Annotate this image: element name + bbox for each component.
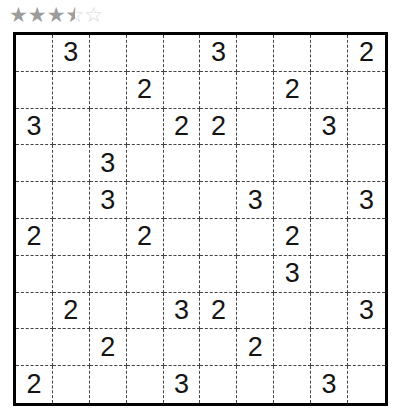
cell-r10c8[interactable] xyxy=(274,366,311,403)
cell-r2c10[interactable] xyxy=(348,72,385,109)
cell-r2c5[interactable] xyxy=(164,72,201,109)
cell-r8c9[interactable] xyxy=(311,293,348,330)
cell-r4c10[interactable] xyxy=(348,145,385,182)
clue-cell-r2c8: 2 xyxy=(274,72,311,109)
difficulty-stars: ★★★☆★☆ xyxy=(9,2,103,27)
cell-r5c2[interactable] xyxy=(53,182,90,219)
clue-cell-r6c1: 2 xyxy=(16,219,53,256)
cell-r8c1[interactable] xyxy=(16,293,53,330)
cell-r10c3[interactable] xyxy=(90,366,127,403)
cell-r1c9[interactable] xyxy=(311,35,348,72)
clue-cell-r5c7: 3 xyxy=(237,182,274,219)
cell-r6c3[interactable] xyxy=(90,219,127,256)
cell-r2c7[interactable] xyxy=(237,72,274,109)
cell-r3c8[interactable] xyxy=(274,109,311,146)
cell-r7c1[interactable] xyxy=(16,256,53,293)
cell-r8c8[interactable] xyxy=(274,293,311,330)
cell-r6c9[interactable] xyxy=(311,219,348,256)
cell-r6c2[interactable] xyxy=(53,219,90,256)
cell-r9c4[interactable] xyxy=(127,329,164,366)
clue-cell-r8c6: 2 xyxy=(200,293,237,330)
cell-r9c10[interactable] xyxy=(348,329,385,366)
clue-cell-r7c8: 3 xyxy=(274,256,311,293)
star-full-icon: ★ xyxy=(47,2,66,27)
clue-cell-r3c1: 3 xyxy=(16,109,53,146)
cell-r6c5[interactable] xyxy=(164,219,201,256)
cell-r7c4[interactable] xyxy=(127,256,164,293)
cell-r4c7[interactable] xyxy=(237,145,274,182)
star-empty-icon: ☆ xyxy=(84,2,103,27)
cell-r3c7[interactable] xyxy=(237,109,274,146)
cell-r7c5[interactable] xyxy=(164,256,201,293)
cell-r1c1[interactable] xyxy=(16,35,53,72)
clue-cell-r3c9: 3 xyxy=(311,109,348,146)
cell-r1c8[interactable] xyxy=(274,35,311,72)
clue-cell-r9c3: 2 xyxy=(90,329,127,366)
cell-r2c6[interactable] xyxy=(200,72,237,109)
cell-r10c10[interactable] xyxy=(348,366,385,403)
clue-cell-r9c7: 2 xyxy=(237,329,274,366)
cell-r3c4[interactable] xyxy=(127,109,164,146)
cell-r10c7[interactable] xyxy=(237,366,274,403)
cell-r9c5[interactable] xyxy=(164,329,201,366)
cell-r7c10[interactable] xyxy=(348,256,385,293)
cell-r9c8[interactable] xyxy=(274,329,311,366)
cell-r6c10[interactable] xyxy=(348,219,385,256)
cell-r5c4[interactable] xyxy=(127,182,164,219)
clue-cell-r10c5: 3 xyxy=(164,366,201,403)
cell-r5c1[interactable] xyxy=(16,182,53,219)
cell-r5c8[interactable] xyxy=(274,182,311,219)
cell-r4c5[interactable] xyxy=(164,145,201,182)
cell-r4c8[interactable] xyxy=(274,145,311,182)
cell-r7c2[interactable] xyxy=(53,256,90,293)
clue-cell-r1c6: 3 xyxy=(200,35,237,72)
cell-r9c1[interactable] xyxy=(16,329,53,366)
cell-r2c2[interactable] xyxy=(53,72,90,109)
clue-cell-r2c4: 2 xyxy=(127,72,164,109)
cell-r5c9[interactable] xyxy=(311,182,348,219)
cell-r1c4[interactable] xyxy=(127,35,164,72)
cell-r4c9[interactable] xyxy=(311,145,348,182)
star-full-icon: ★ xyxy=(28,2,47,27)
clue-cell-r3c6: 2 xyxy=(200,109,237,146)
cell-r9c9[interactable] xyxy=(311,329,348,366)
cell-r9c6[interactable] xyxy=(200,329,237,366)
cell-r10c6[interactable] xyxy=(200,366,237,403)
clue-cell-r1c2: 3 xyxy=(53,35,90,72)
cell-r10c2[interactable] xyxy=(53,366,90,403)
cell-r1c5[interactable] xyxy=(164,35,201,72)
star-full-icon: ★ xyxy=(9,2,28,27)
clue-cell-r10c1: 2 xyxy=(16,366,53,403)
clue-cell-r8c10: 3 xyxy=(348,293,385,330)
cell-r3c2[interactable] xyxy=(53,109,90,146)
cell-r6c6[interactable] xyxy=(200,219,237,256)
cell-r3c3[interactable] xyxy=(90,109,127,146)
cell-r7c3[interactable] xyxy=(90,256,127,293)
clue-cell-r8c2: 2 xyxy=(53,293,90,330)
cell-r9c2[interactable] xyxy=(53,329,90,366)
cell-r6c7[interactable] xyxy=(237,219,274,256)
cell-r8c3[interactable] xyxy=(90,293,127,330)
cell-r2c9[interactable] xyxy=(311,72,348,109)
clue-cell-r3c5: 2 xyxy=(164,109,201,146)
clue-cell-r10c9: 3 xyxy=(311,366,348,403)
cell-r4c6[interactable] xyxy=(200,145,237,182)
cell-r1c7[interactable] xyxy=(237,35,274,72)
cell-r4c2[interactable] xyxy=(53,145,90,182)
cell-r1c3[interactable] xyxy=(90,35,127,72)
clue-cell-r8c5: 3 xyxy=(164,293,201,330)
cell-r8c7[interactable] xyxy=(237,293,274,330)
cell-r2c1[interactable] xyxy=(16,72,53,109)
clue-cell-r6c4: 2 xyxy=(127,219,164,256)
clue-cell-r1c10: 2 xyxy=(348,35,385,72)
cell-r7c6[interactable] xyxy=(200,256,237,293)
cell-r7c9[interactable] xyxy=(311,256,348,293)
star-half-icon: ☆★ xyxy=(65,2,84,27)
cell-r3c10[interactable] xyxy=(348,109,385,146)
cell-r2c3[interactable] xyxy=(90,72,127,109)
clue-cell-r5c10: 3 xyxy=(348,182,385,219)
cell-r4c4[interactable] xyxy=(127,145,164,182)
clue-cell-r4c3: 3 xyxy=(90,145,127,182)
star-half-fill: ★ xyxy=(65,2,75,27)
clue-cell-r6c8: 2 xyxy=(274,219,311,256)
cell-r5c6[interactable] xyxy=(200,182,237,219)
cell-r7c7[interactable] xyxy=(237,256,274,293)
cell-r5c5[interactable] xyxy=(164,182,201,219)
puzzle-board: 33222322333332223232322233 xyxy=(13,32,388,406)
cell-r8c4[interactable] xyxy=(127,293,164,330)
cell-r4c1[interactable] xyxy=(16,145,53,182)
cell-r10c4[interactable] xyxy=(127,366,164,403)
clue-cell-r5c3: 3 xyxy=(90,182,127,219)
